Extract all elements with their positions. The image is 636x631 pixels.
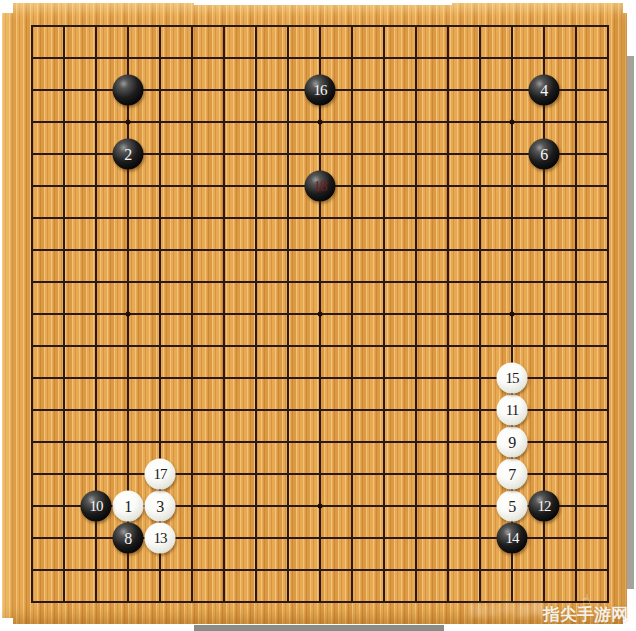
grid-line-horizontal [31,345,609,347]
stone-black-unnumbered [113,75,144,106]
stone-white-3: 3 [145,491,176,522]
stone-black-2: 2 [113,139,144,170]
stone-white-9: 9 [497,427,528,458]
stone-number: 14 [506,531,519,546]
stone-number: 9 [508,434,516,450]
stone-white-7: 7 [497,459,528,490]
star-point [318,120,323,125]
corner-notch-top-right [623,0,636,13]
stone-number: 5 [508,498,516,514]
stone-white-1: 1 [113,491,144,522]
grid-line-vertical [479,25,481,603]
stone-black-18: 18 [305,171,336,202]
stone-number: 16 [314,83,327,98]
stone-black-16: 16 [305,75,336,106]
stone-number: 10 [90,499,103,514]
go-diagram: 123456789101112131415161718 指尖手游网 ☝ 指尖手游… [0,0,636,631]
watermark-text: 指尖手游网 [543,605,628,624]
stone-white-17: 17 [145,459,176,490]
star-point [126,120,131,125]
stone-white-11: 11 [497,395,528,426]
stone-number: 1 [124,498,132,514]
stone-number: 13 [154,531,167,546]
stone-black-4: 4 [529,75,560,106]
stone-number: 6 [540,146,548,162]
grid-line-vertical [447,25,449,603]
stone-white-15: 15 [497,363,528,394]
star-point [318,504,323,509]
grid-line-vertical [383,25,385,603]
stone-number: 3 [156,498,164,514]
stone-white-5: 5 [497,491,528,522]
grid-line-horizontal [31,569,609,571]
grid-line-vertical [415,25,417,603]
stone-number: 4 [540,82,548,98]
stone-number: 12 [538,499,551,514]
stone-number: 15 [506,371,519,386]
corner-notch-top-left [0,0,13,13]
stone-white-13: 13 [145,523,176,554]
star-point [510,120,515,125]
bottom-edge-shadow [194,625,444,631]
top-edge-strip [194,0,452,5]
stone-number: 2 [124,146,132,162]
star-point [318,312,323,317]
stone-black-12: 12 [529,491,560,522]
stone-number: 11 [506,403,518,418]
grid-line-vertical [351,25,353,603]
stone-number: 17 [154,467,167,482]
corner-notch-bottom-left [0,618,13,631]
stone-number: 7 [508,466,516,482]
stone-number: 8 [124,530,132,546]
star-point [126,312,131,317]
grid-line-vertical [575,25,577,603]
stone-black-6: 6 [529,139,560,170]
right-edge-shadow [627,56,634,589]
stone-black-14: 14 [497,523,528,554]
star-point [510,312,515,317]
stone-number: 18 [314,179,327,194]
watermark-ghost: 指尖手游网 [469,601,544,620]
stone-black-8: 8 [113,523,144,554]
watermark: ☝ 指尖手游网 [543,606,628,623]
stone-black-10: 10 [81,491,112,522]
grid-line-vertical [607,25,609,603]
board-grid: 123456789101112131415161718 [0,0,636,631]
